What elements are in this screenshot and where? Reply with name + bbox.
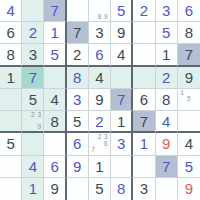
cell-r8c8[interactable]: 7 — [156, 156, 178, 178]
cell-value: 2 — [95, 114, 103, 129]
cell-r5c9[interactable]: 15 — [178, 89, 200, 111]
cell-r6c3[interactable]: 8 — [44, 111, 66, 133]
cell-r4c9[interactable]: 9 — [178, 67, 200, 89]
cell-value: 8 — [162, 92, 170, 107]
cell-value: 1 — [29, 181, 37, 196]
cell-value: 8 — [117, 181, 125, 196]
cell-value: 7 — [162, 159, 170, 174]
pencil-marks: 2367 — [90, 134, 109, 153]
cell-r5c3[interactable]: 4 — [44, 89, 66, 111]
cell-r7c1[interactable]: 5 — [0, 133, 22, 155]
cell-value: 9 — [185, 181, 193, 196]
cell-value: 7 — [140, 114, 148, 129]
cell-value: 3 — [73, 92, 81, 107]
cell-r4c4[interactable]: 8 — [67, 67, 89, 89]
cell-value: 3 — [117, 136, 125, 151]
cell-value: 6 — [185, 3, 193, 18]
cell-r9c7[interactable]: 3 — [133, 178, 155, 200]
cell-r9c9[interactable]: 9 — [178, 178, 200, 200]
pencil-marks: 239 — [23, 112, 42, 130]
cell-value: 9 — [73, 159, 81, 174]
cell-r1c5[interactable]: 89 — [89, 0, 111, 22]
cell-value: 3 — [162, 3, 170, 18]
sudoku-board: 4789523662173958835264171784295439768152… — [0, 0, 200, 200]
cell-value: 9 — [50, 181, 58, 196]
cell-r3c8[interactable]: 1 — [156, 44, 178, 66]
cell-r2c3[interactable]: 1 — [44, 22, 66, 44]
pencil-marks: 15 — [179, 90, 199, 109]
cell-value: 5 — [73, 114, 81, 129]
cell-r3c2[interactable]: 3 — [22, 44, 44, 66]
cell-r7c4[interactable]: 6 — [67, 133, 89, 155]
cell-value: 7 — [50, 3, 58, 18]
cell-r6c9[interactable] — [178, 111, 200, 133]
cell-value: 4 — [95, 70, 103, 85]
cell-r4c8[interactable]: 2 — [156, 67, 178, 89]
cell-r2c7[interactable] — [133, 22, 155, 44]
cell-r8c9[interactable]: 5 — [178, 156, 200, 178]
cell-r8c7[interactable] — [133, 156, 155, 178]
cell-value: 1 — [140, 136, 148, 151]
cell-r9c8[interactable] — [156, 178, 178, 200]
cell-value: 9 — [162, 136, 170, 151]
cell-r5c5[interactable]: 9 — [89, 89, 111, 111]
cell-r5c1[interactable] — [0, 89, 22, 111]
cell-value: 9 — [185, 70, 193, 85]
cell-r3c1[interactable]: 8 — [0, 44, 22, 66]
cell-value: 9 — [95, 92, 103, 107]
cell-r9c3[interactable]: 9 — [44, 178, 66, 200]
cell-r5c6[interactable]: 7 — [111, 89, 133, 111]
cell-value: 1 — [50, 25, 58, 40]
cell-r8c6[interactable] — [111, 156, 133, 178]
cell-value: 4 — [117, 47, 125, 62]
cell-value: 2 — [162, 70, 170, 85]
cell-r4c6[interactable] — [111, 67, 133, 89]
cell-r1c6[interactable]: 5 — [111, 0, 133, 22]
cell-r5c7[interactable]: 6 — [133, 89, 155, 111]
cell-value: 3 — [140, 181, 148, 196]
cell-r1c8[interactable]: 3 — [156, 0, 178, 22]
cell-r3c7[interactable] — [133, 44, 155, 66]
cell-value: 5 — [162, 25, 170, 40]
cell-r6c4[interactable]: 5 — [67, 111, 89, 133]
cell-value: 8 — [185, 25, 193, 40]
cell-value: 5 — [117, 3, 125, 18]
cell-r3c5[interactable]: 6 — [89, 44, 111, 66]
cell-r7c6[interactable]: 3 — [111, 133, 133, 155]
cell-r5c2[interactable]: 5 — [22, 89, 44, 111]
cell-value: 6 — [50, 159, 58, 174]
cell-r4c2[interactable]: 7 — [22, 67, 44, 89]
cell-r2c8[interactable]: 5 — [156, 22, 178, 44]
cell-r7c7[interactable]: 1 — [133, 133, 155, 155]
cell-value: 6 — [6, 25, 14, 40]
cell-r1c2[interactable] — [22, 0, 44, 22]
pencil-mark-slot: 9 — [36, 124, 42, 131]
cell-value: 6 — [95, 47, 103, 62]
cell-value: 6 — [73, 136, 81, 151]
cell-value: 8 — [50, 114, 58, 129]
cell-value: 8 — [6, 47, 14, 62]
cell-r8c1[interactable] — [0, 156, 22, 178]
cell-r9c4[interactable] — [67, 178, 89, 200]
cell-r8c4[interactable]: 9 — [67, 156, 89, 178]
cell-r8c3[interactable]: 6 — [44, 156, 66, 178]
cell-r9c2[interactable]: 1 — [22, 178, 44, 200]
cell-r1c9[interactable]: 6 — [178, 0, 200, 22]
cell-r3c3[interactable]: 5 — [44, 44, 66, 66]
cell-r3c4[interactable]: 2 — [67, 44, 89, 66]
cell-r6c7[interactable]: 7 — [133, 111, 155, 133]
cell-r9c1[interactable] — [0, 178, 22, 200]
cell-r9c5[interactable]: 5 — [89, 178, 111, 200]
pencil-mark-slot — [103, 147, 109, 154]
cell-value: 1 — [6, 70, 14, 85]
cell-r3c9[interactable]: 7 — [178, 44, 200, 66]
cell-value: 4 — [50, 92, 58, 107]
cell-r7c5[interactable]: 2367 — [89, 133, 111, 155]
cell-value: 1 — [162, 47, 170, 62]
cell-r1c3[interactable]: 7 — [44, 0, 66, 22]
cell-value: 7 — [29, 70, 37, 85]
cell-value: 3 — [29, 47, 37, 62]
cell-value: 6 — [140, 92, 148, 107]
cell-r2c4[interactable]: 7 — [67, 22, 89, 44]
cell-value: 1 — [117, 114, 125, 129]
cell-r8c2[interactable]: 4 — [22, 156, 44, 178]
cell-r7c8[interactable]: 9 — [156, 133, 178, 155]
cell-value: 7 — [117, 92, 125, 107]
cell-value: 2 — [140, 3, 148, 18]
pencil-marks: 89 — [90, 1, 109, 20]
cell-r2c2[interactable]: 2 — [22, 22, 44, 44]
cell-value: 5 — [95, 181, 103, 196]
cell-value: 5 — [29, 92, 37, 107]
cell-value: 3 — [95, 25, 103, 40]
cell-r6c6[interactable]: 1 — [111, 111, 133, 133]
pencil-mark-slot: 9 — [103, 14, 109, 21]
pencil-mark-slot — [192, 103, 199, 109]
pencil-mark-slot — [179, 103, 186, 109]
cell-r6c8[interactable]: 4 — [156, 111, 178, 133]
cell-r4c1[interactable]: 1 — [0, 67, 22, 89]
cell-value: 5 — [185, 159, 193, 174]
cell-r6c5[interactable]: 2 — [89, 111, 111, 133]
cell-r6c1[interactable] — [0, 111, 22, 133]
cell-r1c4[interactable] — [67, 0, 89, 22]
cell-r8c5[interactable]: 1 — [89, 156, 111, 178]
cell-value: 9 — [117, 25, 125, 40]
cell-r2c5[interactable]: 3 — [89, 22, 111, 44]
cell-r4c5[interactable]: 4 — [89, 67, 111, 89]
cell-r1c7[interactable]: 2 — [133, 0, 155, 22]
cell-value: 4 — [185, 136, 193, 151]
cell-value: 2 — [29, 25, 37, 40]
cell-r5c4[interactable]: 3 — [67, 89, 89, 111]
cell-r7c2[interactable] — [22, 133, 44, 155]
pencil-mark-slot — [186, 103, 193, 109]
cell-value: 5 — [6, 136, 14, 151]
cell-r1c1[interactable]: 4 — [0, 0, 22, 22]
cell-r7c3[interactable] — [44, 133, 66, 155]
cell-r4c3[interactable] — [44, 67, 66, 89]
cell-r2c9[interactable]: 8 — [178, 22, 200, 44]
cell-r7c9[interactable]: 4 — [178, 133, 200, 155]
cell-r4c7[interactable] — [133, 67, 155, 89]
cell-value: 1 — [95, 159, 103, 174]
cell-r9c6[interactable]: 8 — [111, 178, 133, 200]
cell-r6c2[interactable]: 239 — [22, 111, 44, 133]
cell-value: 5 — [50, 47, 58, 62]
cell-value: 2 — [73, 47, 81, 62]
cell-r3c6[interactable]: 4 — [111, 44, 133, 66]
cell-value: 8 — [73, 70, 81, 85]
cell-r5c8[interactable]: 8 — [156, 89, 178, 111]
cell-r2c6[interactable]: 9 — [111, 22, 133, 44]
cell-value: 7 — [73, 25, 81, 40]
cell-value: 4 — [162, 114, 170, 129]
cell-value: 4 — [6, 3, 14, 18]
cell-r2c1[interactable]: 6 — [0, 22, 22, 44]
cell-value: 4 — [29, 159, 37, 174]
cell-value: 7 — [185, 47, 193, 62]
